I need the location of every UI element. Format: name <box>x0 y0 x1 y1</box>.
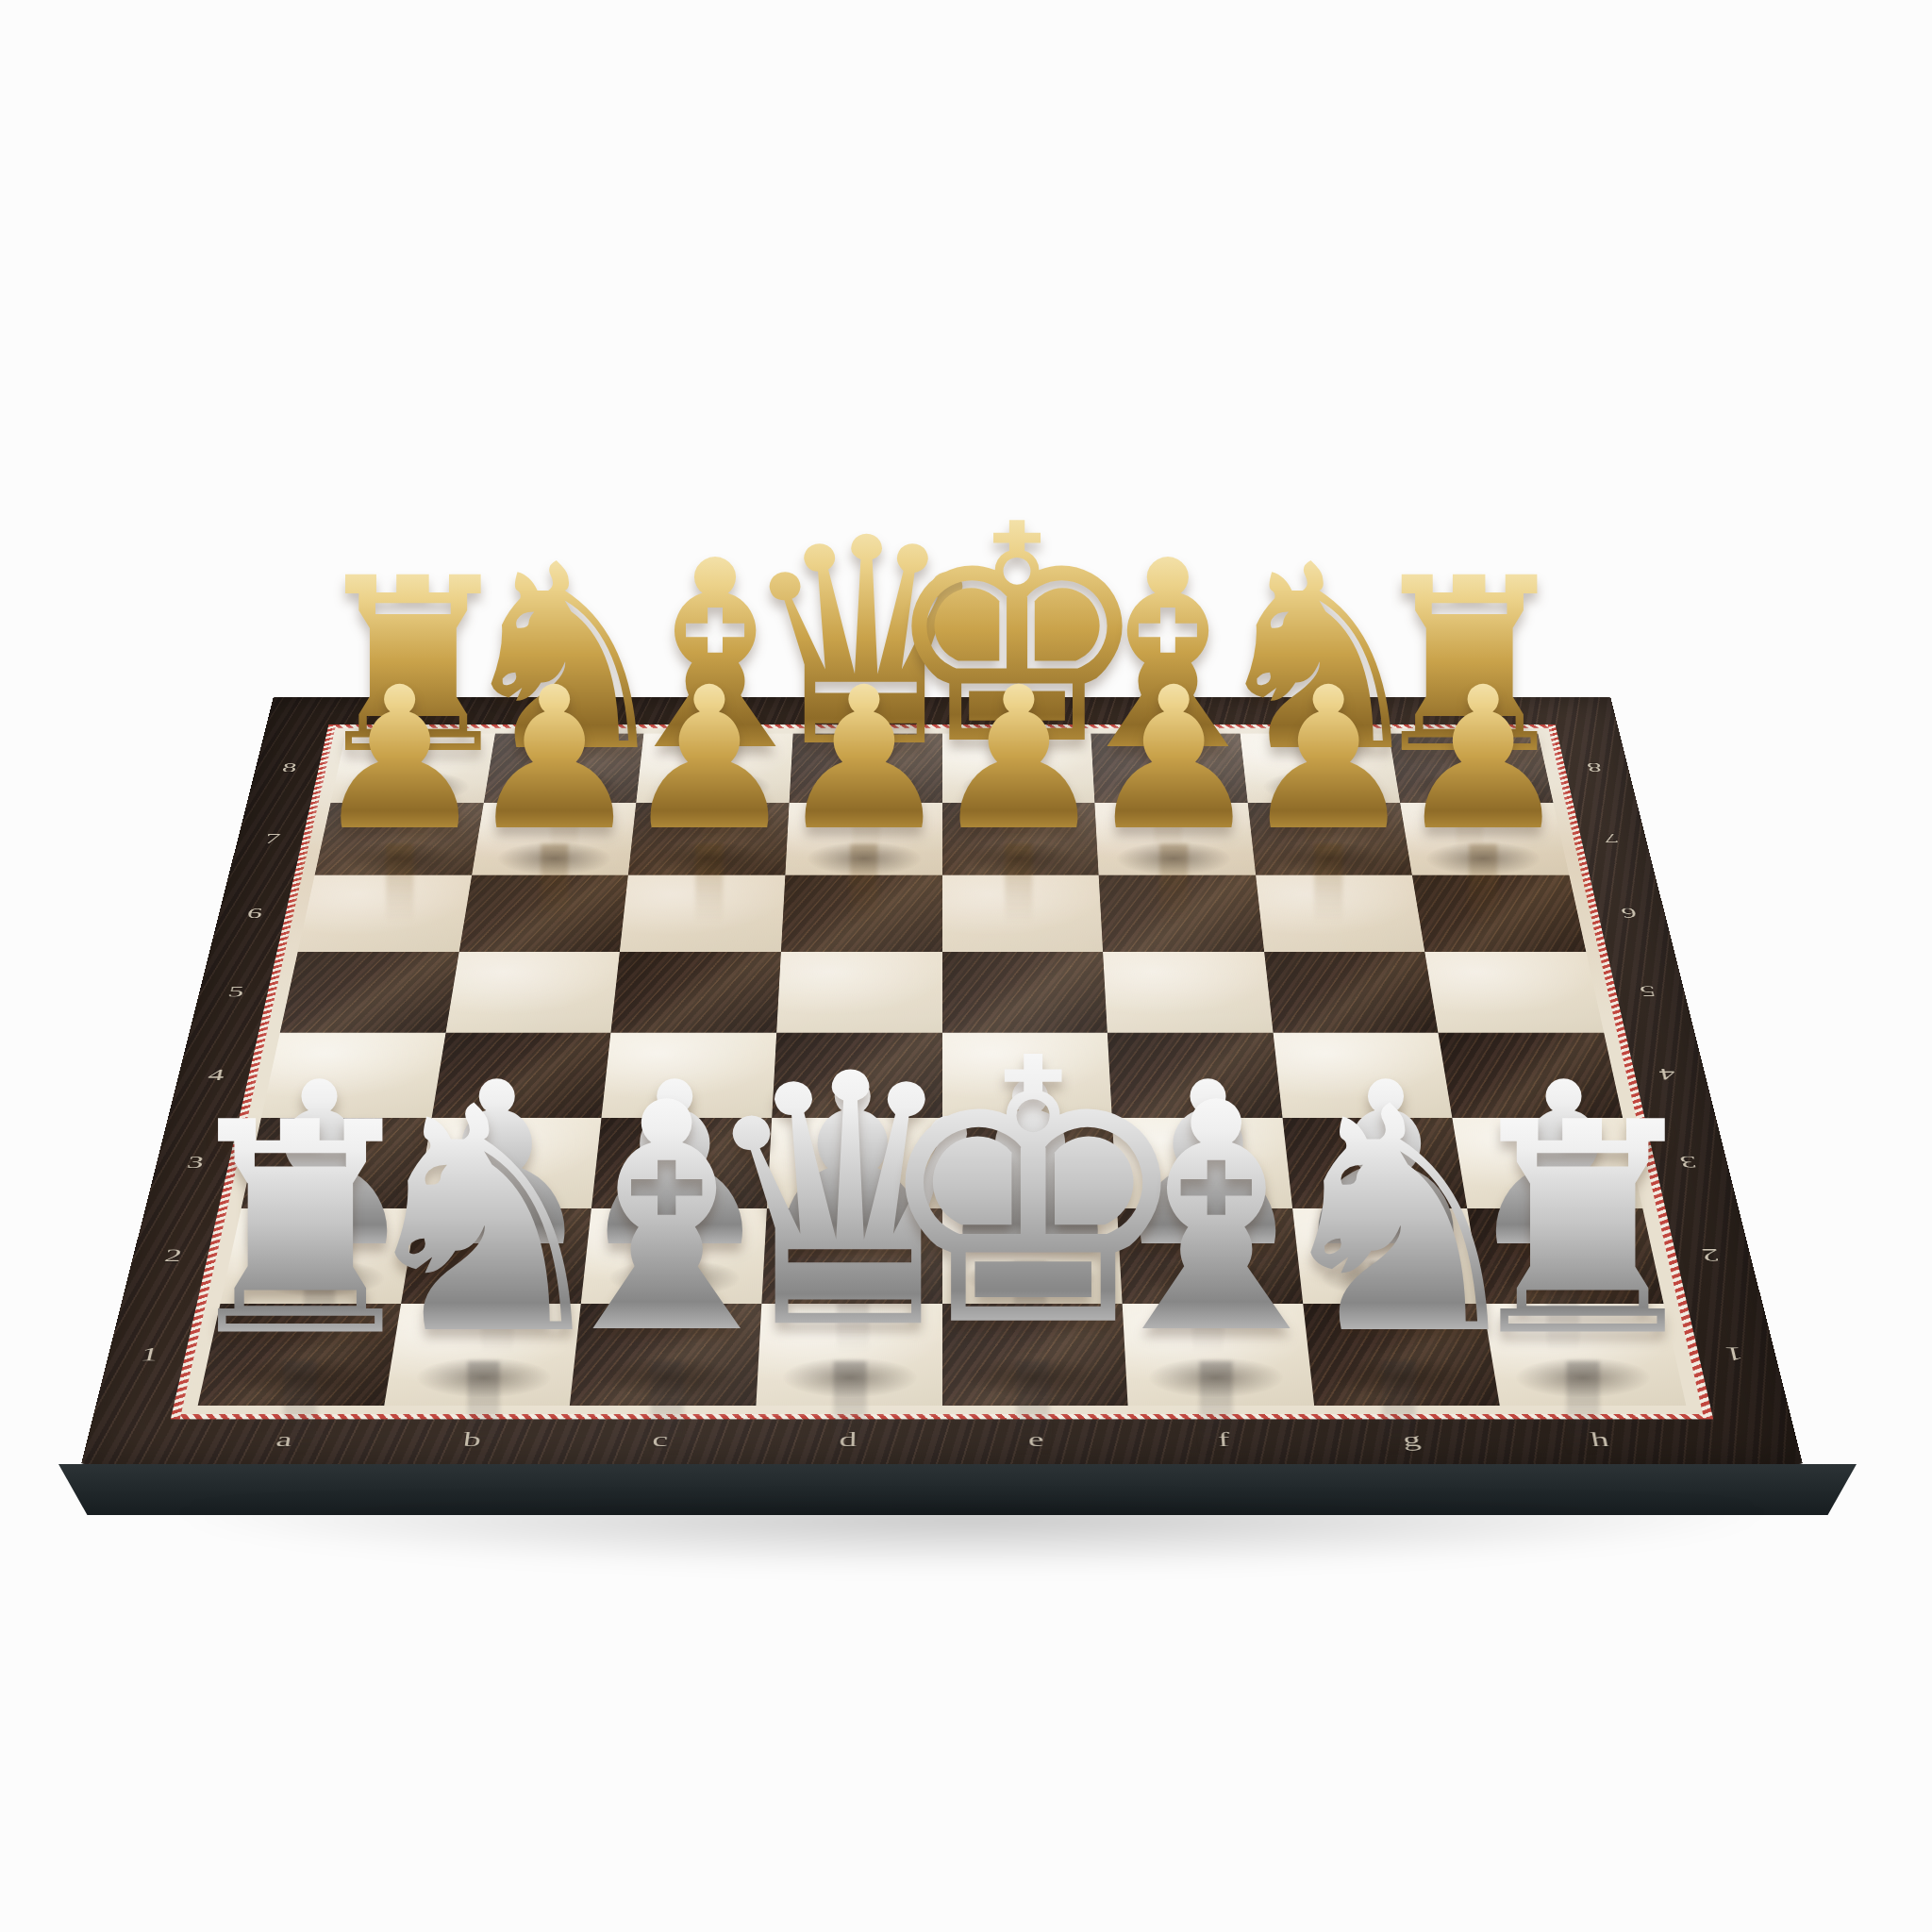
rank-label-right-6: 6 <box>1620 906 1639 920</box>
product-photo: 1122334455667788abcdefgh ♜♞♝♛♚♝♞♜♟♟♟♟♟♟♟… <box>0 0 1932 1932</box>
file-label-d: d <box>839 1429 857 1449</box>
square-e6[interactable] <box>942 875 1104 952</box>
file-label-f: f <box>1217 1429 1230 1449</box>
piece-black-gold-pawn-a7[interactable]: ♟ <box>311 661 488 858</box>
rank-label-right-7: 7 <box>1602 831 1620 845</box>
file-label-b: b <box>462 1429 483 1449</box>
rank-label-left-8: 8 <box>281 761 298 774</box>
board-scene: 1122334455667788abcdefgh <box>0 0 1932 1932</box>
rank-label-left-6: 6 <box>245 906 264 920</box>
square-h6[interactable] <box>1412 875 1586 952</box>
square-c6[interactable] <box>620 875 785 952</box>
file-label-e: e <box>1027 1429 1043 1449</box>
piece-black-gold-pawn-d7[interactable]: ♟ <box>775 661 952 858</box>
rank-label-left-7: 7 <box>264 831 282 845</box>
square-b5[interactable] <box>445 952 620 1033</box>
piece-black-gold-pawn-e7[interactable]: ♟ <box>931 661 1108 858</box>
square-f6[interactable] <box>1099 875 1264 952</box>
square-h5[interactable] <box>1425 952 1605 1033</box>
piece-black-gold-pawn-g7[interactable]: ♟ <box>1241 661 1417 858</box>
square-b6[interactable] <box>458 875 628 952</box>
rank-label-left-1: 1 <box>139 1344 160 1363</box>
rank-label-right-5: 5 <box>1639 984 1657 999</box>
piece-white-silver-rook-h1[interactable]: ♜ <box>1452 1086 1714 1378</box>
square-g6[interactable] <box>1256 875 1425 952</box>
square-d6[interactable] <box>781 875 942 952</box>
file-label-c: c <box>651 1429 669 1449</box>
piece-black-gold-pawn-c7[interactable]: ♟ <box>621 661 797 858</box>
file-label-h: h <box>1589 1429 1610 1449</box>
square-a5[interactable] <box>280 952 459 1033</box>
piece-black-gold-pawn-h7[interactable]: ♟ <box>1395 661 1572 858</box>
piece-black-gold-pawn-b7[interactable]: ♟ <box>466 661 642 858</box>
file-label-g: g <box>1402 1429 1423 1449</box>
board-shadow <box>160 1506 1783 1572</box>
piece-black-gold-pawn-f7[interactable]: ♟ <box>1086 661 1262 858</box>
file-label-a: a <box>275 1429 294 1449</box>
square-a6[interactable] <box>298 875 472 952</box>
rank-label-left-5: 5 <box>226 984 245 999</box>
square-g5[interactable] <box>1264 952 1439 1033</box>
rank-label-right-1: 1 <box>1724 1344 1745 1363</box>
rank-label-right-8: 8 <box>1586 761 1603 774</box>
